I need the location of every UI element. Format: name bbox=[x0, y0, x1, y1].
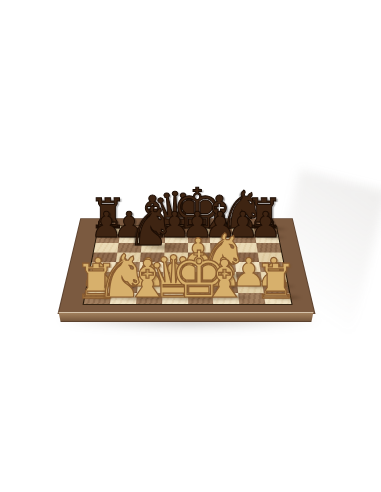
square-b7[interactable] bbox=[118, 234, 142, 243]
square-h4[interactable] bbox=[259, 261, 285, 271]
square-d3[interactable] bbox=[162, 271, 187, 281]
square-h3[interactable] bbox=[260, 271, 286, 281]
square-g5[interactable] bbox=[234, 252, 259, 262]
square-g8[interactable] bbox=[231, 225, 254, 234]
square-b2[interactable] bbox=[111, 282, 137, 293]
square-e8[interactable] bbox=[187, 225, 210, 234]
square-a5[interactable] bbox=[91, 252, 116, 262]
square-a6[interactable] bbox=[93, 243, 118, 252]
square-c3[interactable] bbox=[137, 271, 162, 281]
square-f2[interactable] bbox=[212, 282, 238, 293]
square-a2[interactable] bbox=[85, 282, 112, 293]
square-e6[interactable] bbox=[187, 243, 210, 252]
square-e4[interactable] bbox=[187, 261, 211, 271]
square-g4[interactable] bbox=[235, 261, 260, 271]
square-a1[interactable] bbox=[83, 292, 111, 303]
square-a8[interactable] bbox=[97, 225, 121, 234]
square-h5[interactable] bbox=[257, 252, 282, 262]
square-f3[interactable] bbox=[211, 271, 236, 281]
square-h1[interactable] bbox=[263, 292, 291, 303]
square-e3[interactable] bbox=[187, 271, 212, 281]
square-c1[interactable] bbox=[135, 292, 161, 303]
square-c6[interactable] bbox=[140, 243, 164, 252]
square-d2[interactable] bbox=[162, 282, 187, 293]
square-d7[interactable] bbox=[164, 234, 187, 243]
square-d4[interactable] bbox=[163, 261, 187, 271]
square-h7[interactable] bbox=[255, 234, 279, 243]
square-d8[interactable] bbox=[164, 225, 187, 234]
product-photo-scene: ♜♞♝♛♚♝♜♟♟♟♟♟♟♟♞♟♞♟♟♟♟♟♟♟♟♜♝♛♚♝♞♜ bbox=[0, 0, 381, 492]
square-f1[interactable] bbox=[212, 292, 239, 303]
square-f8[interactable] bbox=[209, 225, 232, 234]
square-c7[interactable] bbox=[141, 234, 164, 243]
square-g6[interactable] bbox=[233, 243, 257, 252]
square-f7[interactable] bbox=[209, 234, 232, 243]
square-g7[interactable] bbox=[232, 234, 256, 243]
board-squares-grid bbox=[83, 225, 291, 303]
square-e7[interactable] bbox=[187, 234, 210, 243]
square-f5[interactable] bbox=[210, 252, 234, 262]
square-a4[interactable] bbox=[90, 261, 116, 271]
square-f6[interactable] bbox=[210, 243, 234, 252]
square-e1[interactable] bbox=[187, 292, 213, 303]
square-e5[interactable] bbox=[187, 252, 211, 262]
square-h8[interactable] bbox=[253, 225, 277, 234]
board-side-edge bbox=[57, 312, 315, 322]
square-c4[interactable] bbox=[138, 261, 163, 271]
square-c5[interactable] bbox=[139, 252, 163, 262]
square-b5[interactable] bbox=[115, 252, 140, 262]
square-a3[interactable] bbox=[88, 271, 114, 281]
square-b4[interactable] bbox=[114, 261, 139, 271]
chess-board bbox=[57, 218, 315, 314]
square-b6[interactable] bbox=[117, 243, 141, 252]
square-d6[interactable] bbox=[164, 243, 187, 252]
square-c2[interactable] bbox=[136, 282, 162, 293]
square-f4[interactable] bbox=[211, 261, 236, 271]
square-h2[interactable] bbox=[262, 282, 289, 293]
square-g3[interactable] bbox=[236, 271, 262, 281]
square-d1[interactable] bbox=[161, 292, 187, 303]
square-a7[interactable] bbox=[95, 234, 119, 243]
square-d5[interactable] bbox=[163, 252, 187, 262]
square-b3[interactable] bbox=[112, 271, 138, 281]
square-g2[interactable] bbox=[237, 282, 263, 293]
square-e2[interactable] bbox=[187, 282, 212, 293]
square-h6[interactable] bbox=[256, 243, 281, 252]
square-c8[interactable] bbox=[142, 225, 165, 234]
square-b1[interactable] bbox=[109, 292, 136, 303]
square-g1[interactable] bbox=[238, 292, 265, 303]
square-b8[interactable] bbox=[119, 225, 142, 234]
